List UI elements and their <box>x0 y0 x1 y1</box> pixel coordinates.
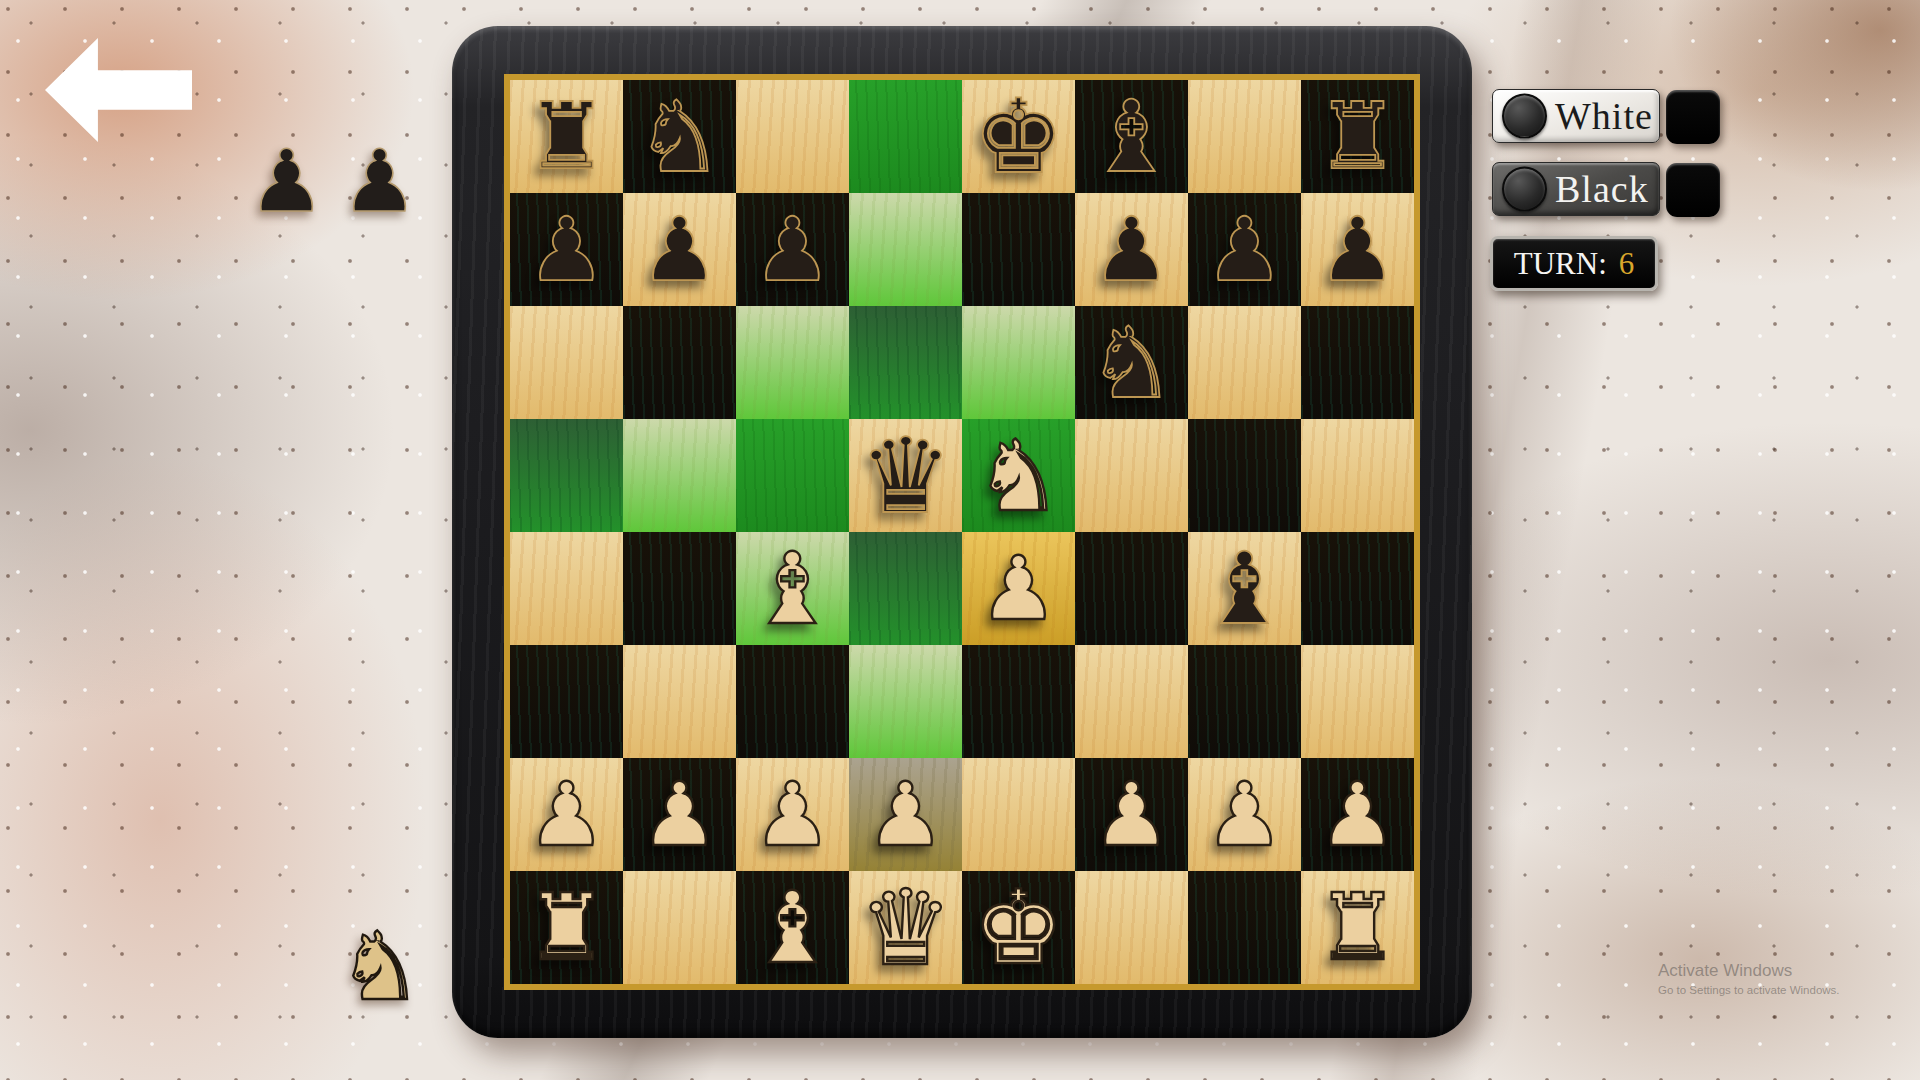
square-a8[interactable]: ♜ <box>510 80 623 193</box>
white-player-button[interactable]: White <box>1492 89 1660 143</box>
square-g4[interactable]: ♝ <box>1188 532 1301 645</box>
square-h6[interactable] <box>1301 306 1414 419</box>
piece-white-pawn[interactable]: ♟ <box>1205 771 1284 859</box>
square-b5[interactable] <box>623 419 736 532</box>
square-f2[interactable]: ♟ <box>1075 758 1188 871</box>
piece-white-pawn[interactable]: ♟ <box>1092 771 1171 859</box>
square-a7[interactable]: ♟ <box>510 193 623 306</box>
watermark-line1: Activate Windows <box>1658 961 1840 981</box>
square-c5[interactable] <box>736 419 849 532</box>
piece-white-rook[interactable]: ♜ <box>1316 882 1398 974</box>
windows-activation-watermark: Activate Windows Go to Settings to activ… <box>1658 961 1840 996</box>
captured-by-white-tray: ♟♟ <box>248 138 418 224</box>
square-g2[interactable]: ♟ <box>1188 758 1301 871</box>
square-h8[interactable]: ♜ <box>1301 80 1414 193</box>
back-arrow-icon[interactable] <box>45 38 192 142</box>
square-b3[interactable] <box>623 645 736 758</box>
square-c6[interactable] <box>736 306 849 419</box>
square-d7[interactable] <box>849 193 962 306</box>
square-f3[interactable] <box>1075 645 1188 758</box>
turn-indicator: TURN: 6 <box>1490 236 1658 291</box>
square-d5[interactable]: ♛ <box>849 419 962 532</box>
square-h1[interactable]: ♜ <box>1301 871 1414 984</box>
square-d3[interactable] <box>849 645 962 758</box>
piece-white-pawn[interactable]: ♟ <box>979 545 1058 633</box>
square-f6[interactable]: ♞ <box>1075 306 1188 419</box>
piece-black-knight[interactable]: ♞ <box>1088 314 1176 412</box>
square-f7[interactable]: ♟ <box>1075 193 1188 306</box>
captured-black-pawn: ♟ <box>248 138 325 224</box>
square-f8[interactable]: ♝ <box>1075 80 1188 193</box>
square-c1[interactable]: ♝ <box>736 871 849 984</box>
piece-white-rook[interactable]: ♜ <box>525 882 607 974</box>
piece-black-pawn[interactable]: ♟ <box>527 206 606 294</box>
square-e5[interactable]: ♞ <box>962 419 1075 532</box>
piece-black-rook[interactable]: ♜ <box>1316 91 1398 183</box>
square-b2[interactable]: ♟ <box>623 758 736 871</box>
square-e2[interactable] <box>962 758 1075 871</box>
square-c8[interactable] <box>736 80 849 193</box>
piece-black-bishop[interactable]: ♝ <box>1087 87 1176 186</box>
square-a1[interactable]: ♜ <box>510 871 623 984</box>
white-player-label: White <box>1555 94 1653 138</box>
square-c7[interactable]: ♟ <box>736 193 849 306</box>
turn-value: 6 <box>1619 246 1635 282</box>
piece-black-rook[interactable]: ♜ <box>525 91 607 183</box>
black-toggle-knob-icon[interactable] <box>1502 167 1547 212</box>
piece-white-king[interactable]: ♚ <box>973 877 1064 979</box>
square-h2[interactable]: ♟ <box>1301 758 1414 871</box>
piece-black-king[interactable]: ♚ <box>973 86 1064 188</box>
piece-white-pawn[interactable]: ♟ <box>753 771 832 859</box>
square-b1[interactable] <box>623 871 736 984</box>
square-h4[interactable] <box>1301 532 1414 645</box>
square-b6[interactable] <box>623 306 736 419</box>
square-a4[interactable] <box>510 532 623 645</box>
watermark-line2: Go to Settings to activate Windows. <box>1658 984 1840 996</box>
square-e4[interactable]: ♟ <box>962 532 1075 645</box>
piece-black-queen[interactable]: ♛ <box>859 424 952 528</box>
piece-white-pawn[interactable]: ♟ <box>866 771 945 859</box>
square-a2[interactable]: ♟ <box>510 758 623 871</box>
square-c2[interactable]: ♟ <box>736 758 849 871</box>
chess-board[interactable]: ♜♞♚♝♜♟♟♟♟♟♟♞♛♞♝♟♝♟♟♟♟♟♟♟♜♝♛♚♜ <box>510 80 1414 984</box>
piece-black-pawn[interactable]: ♟ <box>1318 206 1397 294</box>
square-g8[interactable] <box>1188 80 1301 193</box>
square-e6[interactable] <box>962 306 1075 419</box>
square-f1[interactable] <box>1075 871 1188 984</box>
piece-black-pawn[interactable]: ♟ <box>753 206 832 294</box>
piece-white-queen[interactable]: ♛ <box>859 876 952 980</box>
square-a3[interactable] <box>510 645 623 758</box>
square-g5[interactable] <box>1188 419 1301 532</box>
piece-white-bishop[interactable]: ♝ <box>748 539 837 638</box>
app-background: { "game": "chess", "position": { "fen": … <box>0 0 1920 1080</box>
white-toggle-knob-icon[interactable] <box>1502 94 1547 139</box>
board-inner-border: ♜♞♚♝♜♟♟♟♟♟♟♞♛♞♝♟♝♟♟♟♟♟♟♟♜♝♛♚♜ <box>504 74 1420 990</box>
piece-white-pawn[interactable]: ♟ <box>1318 771 1397 859</box>
square-d6[interactable] <box>849 306 962 419</box>
square-g7[interactable]: ♟ <box>1188 193 1301 306</box>
square-f5[interactable] <box>1075 419 1188 532</box>
piece-black-knight[interactable]: ♞ <box>636 88 724 186</box>
piece-white-bishop[interactable]: ♝ <box>748 878 837 977</box>
square-e7[interactable] <box>962 193 1075 306</box>
piece-white-knight[interactable]: ♞ <box>975 427 1063 525</box>
square-f4[interactable] <box>1075 532 1188 645</box>
black-player-button[interactable]: Black <box>1492 162 1660 216</box>
captured-white-knight: ♞ <box>338 920 422 1014</box>
square-d2[interactable]: ♟ <box>849 758 962 871</box>
turn-label: TURN: <box>1514 246 1607 282</box>
square-d8[interactable] <box>849 80 962 193</box>
piece-white-pawn[interactable]: ♟ <box>640 771 719 859</box>
square-e3[interactable] <box>962 645 1075 758</box>
piece-black-pawn[interactable]: ♟ <box>640 206 719 294</box>
captured-black-pawn: ♟ <box>341 138 418 224</box>
square-a5[interactable] <box>510 419 623 532</box>
square-c3[interactable] <box>736 645 849 758</box>
square-h3[interactable] <box>1301 645 1414 758</box>
square-g3[interactable] <box>1188 645 1301 758</box>
square-d1[interactable]: ♛ <box>849 871 962 984</box>
square-g6[interactable] <box>1188 306 1301 419</box>
piece-black-bishop[interactable]: ♝ <box>1200 539 1289 638</box>
square-h5[interactable] <box>1301 419 1414 532</box>
black-player-color-tile[interactable] <box>1666 163 1720 217</box>
square-c4[interactable]: ♝ <box>736 532 849 645</box>
captured-by-black-tray: ♞ <box>338 920 422 1014</box>
square-e1[interactable]: ♚ <box>962 871 1075 984</box>
square-e8[interactable]: ♚ <box>962 80 1075 193</box>
square-a6[interactable] <box>510 306 623 419</box>
square-d4[interactable] <box>849 532 962 645</box>
white-player-color-tile[interactable] <box>1666 90 1720 144</box>
square-b4[interactable] <box>623 532 736 645</box>
piece-black-pawn[interactable]: ♟ <box>1092 206 1171 294</box>
piece-white-pawn[interactable]: ♟ <box>527 771 606 859</box>
square-g1[interactable] <box>1188 871 1301 984</box>
black-player-label: Black <box>1555 167 1649 211</box>
chess-board-frame: ♜♞♚♝♜♟♟♟♟♟♟♞♛♞♝♟♝♟♟♟♟♟♟♟♜♝♛♚♜ <box>452 26 1472 1038</box>
square-b7[interactable]: ♟ <box>623 193 736 306</box>
square-b8[interactable]: ♞ <box>623 80 736 193</box>
piece-black-pawn[interactable]: ♟ <box>1205 206 1284 294</box>
square-h7[interactable]: ♟ <box>1301 193 1414 306</box>
